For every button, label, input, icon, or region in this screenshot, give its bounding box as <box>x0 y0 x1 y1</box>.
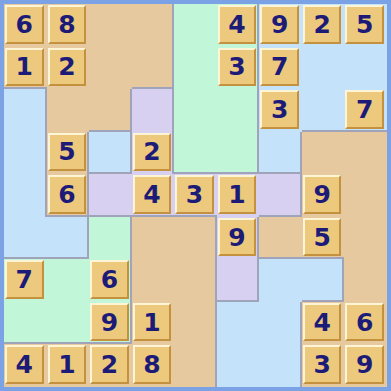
cell-r1c1[interactable]: 2 <box>47 47 90 90</box>
cell-r4c6[interactable] <box>259 174 302 217</box>
cell-r8c2[interactable]: 2 <box>89 344 132 387</box>
tile-r0c6[interactable]: 9 <box>260 5 299 44</box>
cell-r0c5[interactable]: 4 <box>217 4 260 47</box>
cell-r7c7[interactable]: 4 <box>302 302 345 345</box>
cell-r6c1[interactable] <box>47 259 90 302</box>
cell-r3c3[interactable]: 2 <box>132 132 175 175</box>
cell-r5c1[interactable] <box>47 217 90 260</box>
tile-r5c5[interactable]: 9 <box>218 218 257 257</box>
cell-r2c0[interactable] <box>4 89 47 132</box>
tile-r0c0[interactable]: 6 <box>5 5 44 44</box>
cell-r1c8[interactable] <box>344 47 387 90</box>
cell-r6c6[interactable] <box>259 259 302 302</box>
tile-r3c1[interactable]: 5 <box>48 133 87 172</box>
cell-r6c4[interactable] <box>174 259 217 302</box>
cell-r2c4[interactable] <box>174 89 217 132</box>
cell-r7c8[interactable]: 6 <box>344 302 387 345</box>
cell-r6c7[interactable] <box>302 259 345 302</box>
cell-r0c2[interactable] <box>89 4 132 47</box>
tile-r4c5[interactable]: 1 <box>218 175 257 214</box>
cell-r1c3[interactable] <box>132 47 175 90</box>
tile-r1c1[interactable]: 2 <box>48 48 87 87</box>
cell-r0c8[interactable]: 5 <box>344 4 387 47</box>
cell-r4c3[interactable]: 4 <box>132 174 175 217</box>
tile-digit: 8 <box>58 12 75 37</box>
tile-r1c5[interactable]: 3 <box>218 48 257 87</box>
cell-r7c6[interactable] <box>259 302 302 345</box>
cell-r6c2[interactable]: 6 <box>89 259 132 302</box>
cell-r5c0[interactable] <box>4 217 47 260</box>
cell-r1c7[interactable] <box>302 47 345 90</box>
tile-r6c2[interactable]: 6 <box>90 260 129 299</box>
tile-r4c4[interactable]: 3 <box>175 175 214 214</box>
cell-r2c1[interactable] <box>47 89 90 132</box>
tile-digit: 4 <box>313 310 330 335</box>
tile-digit: 2 <box>58 54 75 79</box>
tile-digit: 9 <box>228 225 245 250</box>
tile-r6c0[interactable]: 7 <box>5 260 44 299</box>
cell-r1c4[interactable] <box>174 47 217 90</box>
cell-r3c7[interactable] <box>302 132 345 175</box>
tile-r7c7[interactable]: 4 <box>303 303 342 342</box>
tile-r7c3[interactable]: 1 <box>133 303 172 342</box>
cell-r3c2[interactable] <box>89 132 132 175</box>
cell-r3c5[interactable] <box>217 132 260 175</box>
tile-digit: 8 <box>143 352 160 377</box>
cell-r7c0[interactable] <box>4 302 47 345</box>
cell-r1c6[interactable]: 7 <box>259 47 302 90</box>
cell-r1c5[interactable]: 3 <box>217 47 260 90</box>
cell-r2c6[interactable]: 3 <box>259 89 302 132</box>
tile-digit: 1 <box>228 182 245 207</box>
cell-r5c2[interactable] <box>89 217 132 260</box>
tile-r8c3[interactable]: 8 <box>133 345 172 384</box>
cell-r5c8[interactable] <box>344 217 387 260</box>
tile-digit: 1 <box>143 310 160 335</box>
cell-r8c8[interactable]: 9 <box>344 344 387 387</box>
tile-digit: 6 <box>58 182 75 207</box>
tile-digit: 3 <box>186 182 203 207</box>
cell-r2c5[interactable] <box>217 89 260 132</box>
cell-r3c0[interactable] <box>4 132 47 175</box>
tile-r8c1[interactable]: 1 <box>48 345 87 384</box>
cell-r3c6[interactable] <box>259 132 302 175</box>
cell-r7c5[interactable] <box>217 302 260 345</box>
tile-digit: 3 <box>228 54 245 79</box>
tile-digit: 7 <box>356 97 373 122</box>
cell-r4c0[interactable] <box>4 174 47 217</box>
cell-r8c7[interactable]: 3 <box>302 344 345 387</box>
cell-r3c8[interactable] <box>344 132 387 175</box>
tile-r2c8[interactable]: 7 <box>345 90 384 129</box>
tile-r7c8[interactable]: 6 <box>345 303 384 342</box>
cell-r5c6[interactable] <box>259 217 302 260</box>
cell-r2c7[interactable] <box>302 89 345 132</box>
tile-digit: 6 <box>101 267 118 292</box>
cell-r3c1[interactable]: 5 <box>47 132 90 175</box>
cell-r1c0[interactable]: 1 <box>4 47 47 90</box>
tile-digit: 7 <box>271 54 288 79</box>
tile-r4c7[interactable]: 9 <box>303 175 342 214</box>
tile-r1c0[interactable]: 1 <box>5 48 44 87</box>
tile-digit: 3 <box>313 352 330 377</box>
cell-r8c0[interactable]: 4 <box>4 344 47 387</box>
tile-digit: 5 <box>58 139 75 164</box>
cell-r5c3[interactable] <box>132 217 175 260</box>
tile-digit: 4 <box>228 12 245 37</box>
cell-r7c1[interactable] <box>47 302 90 345</box>
cell-r0c6[interactable]: 9 <box>259 4 302 47</box>
tile-r0c1[interactable]: 8 <box>48 5 87 44</box>
cell-r0c3[interactable] <box>132 4 175 47</box>
cell-r0c7[interactable]: 2 <box>302 4 345 47</box>
cell-r8c6[interactable] <box>259 344 302 387</box>
tile-digit: 1 <box>58 352 75 377</box>
tile-digit: 2 <box>143 139 160 164</box>
tile-digit: 2 <box>101 352 118 377</box>
cell-r4c4[interactable]: 3 <box>174 174 217 217</box>
cell-r4c1[interactable]: 6 <box>47 174 90 217</box>
tile-digit: 1 <box>16 54 33 79</box>
tile-r8c8[interactable]: 9 <box>345 345 384 384</box>
cell-r0c4[interactable] <box>174 4 217 47</box>
tile-r4c1[interactable]: 6 <box>48 175 87 214</box>
tile-r3c3[interactable]: 2 <box>133 133 172 172</box>
tile-digit: 9 <box>271 12 288 37</box>
cell-r2c8[interactable]: 7 <box>344 89 387 132</box>
tile-r0c7[interactable]: 2 <box>303 5 342 44</box>
tile-digit: 3 <box>271 97 288 122</box>
cell-r0c0[interactable]: 6 <box>4 4 47 47</box>
cell-r6c0[interactable]: 7 <box>4 259 47 302</box>
cell-r0c1[interactable]: 8 <box>47 4 90 47</box>
cell-r4c7[interactable]: 9 <box>302 174 345 217</box>
sudoku-board: 684925123737526431995769146412839 <box>4 4 387 387</box>
cell-r7c2[interactable]: 9 <box>89 302 132 345</box>
cell-r4c8[interactable] <box>344 174 387 217</box>
cell-r5c5[interactable]: 9 <box>217 217 260 260</box>
tile-r7c2[interactable]: 9 <box>90 303 129 342</box>
cell-r1c2[interactable] <box>89 47 132 90</box>
tile-digit: 2 <box>313 12 330 37</box>
tile-digit: 4 <box>143 182 160 207</box>
tile-r0c5[interactable]: 4 <box>218 5 257 44</box>
cell-r5c4[interactable] <box>174 217 217 260</box>
cell-r4c2[interactable] <box>89 174 132 217</box>
cell-r8c1[interactable]: 1 <box>47 344 90 387</box>
cell-r3c4[interactable] <box>174 132 217 175</box>
tile-digit: 4 <box>16 352 33 377</box>
tile-r2c6[interactable]: 3 <box>260 90 299 129</box>
tile-r8c0[interactable]: 4 <box>5 345 44 384</box>
tile-r5c7[interactable]: 5 <box>303 218 342 257</box>
tile-r1c6[interactable]: 7 <box>260 48 299 87</box>
cell-r7c3[interactable]: 1 <box>132 302 175 345</box>
cell-r2c3[interactable] <box>132 89 175 132</box>
cell-r7c4[interactable] <box>174 302 217 345</box>
tile-digit: 5 <box>356 12 373 37</box>
cell-r5c7[interactable]: 5 <box>302 217 345 260</box>
tile-digit: 9 <box>101 310 118 335</box>
tile-r0c8[interactable]: 5 <box>345 5 384 44</box>
cell-r6c5[interactable] <box>217 259 260 302</box>
tile-digit: 7 <box>16 267 33 292</box>
tile-r8c2[interactable]: 2 <box>90 345 129 384</box>
tile-digit: 6 <box>356 310 373 335</box>
tile-r8c7[interactable]: 3 <box>303 345 342 384</box>
cell-r6c8[interactable] <box>344 259 387 302</box>
tile-digit: 5 <box>313 225 330 250</box>
board-frame: 684925123737526431995769146412839 <box>0 0 391 391</box>
tile-digit: 6 <box>16 12 33 37</box>
cell-r6c3[interactable] <box>132 259 175 302</box>
cell-r2c2[interactable] <box>89 89 132 132</box>
cell-r8c4[interactable] <box>174 344 217 387</box>
tile-digit: 9 <box>313 182 330 207</box>
tile-r4c3[interactable]: 4 <box>133 175 172 214</box>
tile-digit: 9 <box>356 352 373 377</box>
cell-r4c5[interactable]: 1 <box>217 174 260 217</box>
cell-r8c5[interactable] <box>217 344 260 387</box>
cell-r8c3[interactable]: 8 <box>132 344 175 387</box>
